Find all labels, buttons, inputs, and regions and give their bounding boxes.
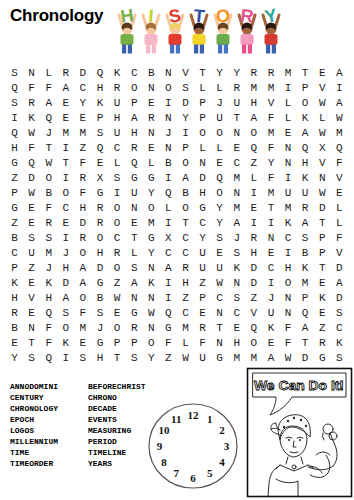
grid-cell: Q [331,140,348,155]
grid-cell: U [280,185,297,200]
grid-cell: I [262,275,279,290]
grid-cell: E [262,245,279,260]
grid-cell: N [280,155,297,170]
clock-number: 4 [219,456,225,468]
grid-cell: A [40,95,57,110]
grid-cell: Q [245,140,262,155]
grid-cell: V [331,170,348,185]
grid-cell: N [228,185,245,200]
grid-cell: G [160,320,177,335]
grid-cell: J [40,125,57,140]
clock-number: 2 [219,424,225,436]
grid-cell: D [331,260,348,275]
grid-cell: D [194,170,211,185]
grid-cell: E [314,275,331,290]
grid-cell: H [91,350,108,365]
grid-cell: L [126,245,143,260]
clock-number: 6 [190,472,196,484]
grid-cell: C [331,320,348,335]
grid-cell: R [262,65,279,80]
grid-cell: I [280,170,297,185]
kids-group: HISTORY [119,5,279,54]
grid-cell: K [314,290,331,305]
grid-cell: W [314,125,331,140]
grid-cell: P [194,110,211,125]
grid-cell: H [245,245,262,260]
clock-number: 9 [157,440,163,452]
grid-cell: E [23,215,40,230]
grid-cell: T [262,200,279,215]
grid-cell: F [331,230,348,245]
grid-cell: O [57,185,74,200]
grid-cell: Y [211,215,228,230]
grid-cell: Y [194,230,211,245]
grid-cell: U [211,260,228,275]
grid-cell: G [211,350,228,365]
grid-cell: U [194,245,211,260]
grid-cell: G [91,335,108,350]
grid-cell: Q [6,80,23,95]
grid-cell: E [57,95,74,110]
grid-cell: H [126,125,143,140]
rosie-poster-image: We Can Do It! [246,367,354,498]
grid-cell: U [211,110,228,125]
poster-caption: We Can Do It! [254,378,344,393]
grid-cell: R [143,110,160,125]
grid-cell: C [211,290,228,305]
grid-cell: C [177,305,194,320]
grid-cell: P [6,185,23,200]
grid-cell: A [160,260,177,275]
grid-cell: L [331,200,348,215]
grid-cell: U [194,260,211,275]
grid-cell: P [126,335,143,350]
grid-cell: H [109,110,126,125]
grid-cell: W [40,155,57,170]
grid-cell: A [297,320,314,335]
word-list-item: ANNODOMINI [10,381,88,392]
grid-cell: E [280,125,297,140]
grid-cell: P [314,245,331,260]
grid-cell: H [91,80,108,95]
grid-cell: I [177,125,194,140]
grid-cell: D [245,275,262,290]
grid-cell: U [228,95,245,110]
grid-cell: I [160,95,177,110]
grid-cell: F [194,335,211,350]
grid-cell: H [177,275,194,290]
grid-cell: N [143,260,160,275]
grid-cell: L [177,335,194,350]
grid-cell: A [297,215,314,230]
grid-cell: A [177,170,194,185]
word-search-grid: SNLRDQKCBNVTYYRRMTEAQFFACHRONOSLLRMMIPVI… [6,65,348,365]
grid-cell: L [245,170,262,185]
grid-cell: U [297,185,314,200]
grid-cell: P [194,290,211,305]
grid-cell: C [228,155,245,170]
grid-cell: O [143,335,160,350]
grid-cell: T [23,335,40,350]
grid-cell: M [228,170,245,185]
grid-cell: A [331,65,348,80]
grid-cell: K [57,335,74,350]
grid-cell: N [126,290,143,305]
grid-cell: F [262,140,279,155]
grid-cell: S [126,350,143,365]
grid-cell: J [160,125,177,140]
grid-cell: S [331,350,348,365]
word-list-item: DECADE [88,403,146,414]
grid-cell: V [314,80,331,95]
grid-cell: K [23,110,40,125]
grid-cell: Q [126,155,143,170]
grid-cell: I [57,170,74,185]
grid-cell: E [314,305,331,320]
grid-cell: R [177,260,194,275]
grid-cell: M [74,125,91,140]
grid-cell: Z [6,215,23,230]
grid-cell: K [228,260,245,275]
history-letter: H [119,5,135,27]
word-list-item: MEASURING [88,425,146,436]
grid-cell: U [109,95,126,110]
grid-cell: S [23,350,40,365]
grid-cell: C [109,230,126,245]
grid-cell: L [143,155,160,170]
word-list-item: LOGOS [10,425,88,436]
grid-cell: I [109,185,126,200]
grid-cell: K [297,110,314,125]
grid-cell: A [245,110,262,125]
grid-cell: Y [143,245,160,260]
grid-cell: V [177,65,194,80]
grid-cell: N [143,80,160,95]
word-list-item: TIMEORDER [10,458,88,469]
word-list-item: PERIOD [88,436,146,447]
grid-cell: S [40,230,57,245]
word-list-item: TIME [10,447,88,458]
grid-cell: S [177,80,194,95]
grid-cell: S [91,305,108,320]
grid-cell: G [91,275,108,290]
grid-cell: R [109,80,126,95]
grid-cell: D [57,275,74,290]
grid-cell: L [194,80,211,95]
grid-cell: L [211,80,228,95]
grid-cell: W [280,350,297,365]
grid-cell: S [211,230,228,245]
grid-cell: O [57,320,74,335]
grid-cell: N [211,335,228,350]
grid-cell: I [57,140,74,155]
grid-cell: E [74,110,91,125]
grid-cell: D [74,215,91,230]
grid-cell: B [177,185,194,200]
grid-cell: R [57,65,74,80]
word-list-item: TIMELINE [88,447,146,458]
grid-cell: R [109,245,126,260]
grid-cell: K [280,215,297,230]
grid-cell: I [160,170,177,185]
grid-cell: W [314,185,331,200]
word-list-column-1: ANNODOMINICENTURYCHRONOLOGYEPOCHLOGOSMIL… [10,381,88,469]
grid-cell: I [262,215,279,230]
grid-cell: A [57,290,74,305]
grid-cell: X [160,230,177,245]
grid-cell: I [57,230,74,245]
grid-cell: Z [23,260,40,275]
grid-cell: E [74,335,91,350]
grid-cell: E [331,185,348,200]
grid-cell: E [314,65,331,80]
grid-cell: Y [143,185,160,200]
grid-cell: E [109,305,126,320]
grid-cell: K [40,275,57,290]
grid-cell: M [143,215,160,230]
grid-cell: I [280,80,297,95]
grid-cell: G [126,170,143,185]
grid-cell: R [245,65,262,80]
word-list-item: BEFORECHRIST [88,381,146,392]
grid-cell: R [126,140,143,155]
grid-cell: E [126,215,143,230]
grid-cell: D [245,260,262,275]
grid-cell: C [57,200,74,215]
grid-cell: R [23,95,40,110]
grid-cell: N [211,305,228,320]
grid-cell: E [23,305,40,320]
grid-cell: C [126,65,143,80]
grid-cell: P [126,95,143,110]
word-list-item: EVENTS [88,414,146,425]
grid-cell: P [314,230,331,245]
grid-cell: F [40,200,57,215]
grid-cell: G [194,200,211,215]
grid-cell: M [262,185,279,200]
grid-cell: O [177,155,194,170]
grid-cell: D [74,65,91,80]
word-list-item: YEARS [88,458,146,469]
grid-cell: F [74,155,91,170]
grid-cell: G [6,155,23,170]
grid-cell: M [331,125,348,140]
grid-cell: F [262,170,279,185]
grid-cell: O [109,320,126,335]
grid-cell: V [23,290,40,305]
grid-cell: H [6,290,23,305]
grid-cell: M [228,350,245,365]
grid-cell: M [228,200,245,215]
grid-cell: S [297,230,314,245]
grid-cell: Q [211,170,228,185]
grid-cell: C [262,260,279,275]
clock-number: 1 [207,413,213,425]
grid-cell: M [245,80,262,95]
grid-cell: X [314,140,331,155]
grid-cell: S [6,65,23,80]
grid-cell: R [314,335,331,350]
grid-cell: Z [160,350,177,365]
grid-cell: N [126,200,143,215]
grid-cell: C [74,80,91,95]
grid-cell: E [91,155,108,170]
grid-cell: K [331,335,348,350]
grid-cell: S [126,260,143,275]
grid-cell: L [331,215,348,230]
grid-cell: C [194,215,211,230]
grid-cell: M [297,275,314,290]
grid-cell: H [297,155,314,170]
history-letter: R [239,5,255,27]
grid-cell: O [74,245,91,260]
grid-cell: N [160,140,177,155]
grid-cell: Z [177,290,194,305]
grid-cell: H [40,290,57,305]
word-list-item: EPOCH [10,414,88,425]
grid-cell: C [177,245,194,260]
grid-cell: D [297,350,314,365]
grid-cell: C [6,245,23,260]
grid-cell: Y [143,350,160,365]
grid-cell: E [211,245,228,260]
grid-cell: B [6,320,23,335]
grid-cell: R [74,170,91,185]
grid-cell: E [228,320,245,335]
word-list-item: MILLENNIUM [10,436,88,447]
grid-cell: Z [314,320,331,335]
grid-cell: W [331,110,348,125]
grid-cell: R [297,200,314,215]
grid-cell: E [228,140,245,155]
grid-cell: T [126,230,143,245]
grid-cell: H [194,185,211,200]
grid-cell: E [143,140,160,155]
grid-cell: E [6,335,23,350]
grid-cell: F [74,305,91,320]
clock-number: 11 [171,413,181,425]
word-list-item: CHRONO [88,392,146,403]
grid-cell: E [245,200,262,215]
grid-cell: I [6,110,23,125]
grid-cell: I [331,80,348,95]
worksheet-page: Chronology HISTORY SNLRDQKCBNVTYYRRMTEAQ… [0,0,354,500]
grid-cell: O [74,290,91,305]
grid-cell: K [91,95,108,110]
grid-cell: M [262,125,279,140]
grid-cell: Q [23,155,40,170]
grid-cell: B [160,155,177,170]
grid-cell: T [211,320,228,335]
grid-cell: D [91,260,108,275]
grid-cell: U [23,245,40,260]
grid-cell: B [40,185,57,200]
grid-cell: R [245,230,262,245]
grid-cell: C [280,230,297,245]
grid-cell: S [91,125,108,140]
grid-cell: A [74,275,91,290]
grid-cell: L [280,95,297,110]
grid-cell: N [280,140,297,155]
grid-cell: D [177,95,194,110]
clock-number: 7 [174,467,180,479]
grid-cell: C [177,230,194,245]
page-title: Chronology [10,6,103,26]
grid-cell: F [23,80,40,95]
grid-cell: K [262,320,279,335]
grid-cell: A [331,95,348,110]
grid-cell: E [23,275,40,290]
grid-cell: B [143,65,160,80]
grid-cell: L [194,140,211,155]
grid-cell: M [40,245,57,260]
grid-cell: L [160,200,177,215]
grid-cell: H [228,335,245,350]
grid-cell: C [160,245,177,260]
grid-cell: J [211,95,228,110]
grid-cell: Z [109,275,126,290]
grid-cell: O [211,125,228,140]
grid-cell: Y [262,155,279,170]
grid-cell: D [331,290,348,305]
grid-cell: K [297,170,314,185]
grid-cell: M [280,200,297,215]
grid-cell: H [91,245,108,260]
grid-cell: P [177,140,194,155]
grid-cell: G [143,230,160,245]
grid-cell: N [228,125,245,140]
grid-cell: I [160,290,177,305]
grid-cell: T [314,260,331,275]
clock-image: 123456789101112 [146,401,240,491]
grid-cell: A [331,275,348,290]
grid-cell: S [74,350,91,365]
grid-cell: R [74,230,91,245]
grid-cell: F [331,155,348,170]
grid-cell: Y [177,110,194,125]
grid-cell: V [314,155,331,170]
grid-cell: A [228,215,245,230]
grid-cell: E [194,305,211,320]
grid-cell: I [57,350,74,365]
grid-cell: R [6,305,23,320]
word-list-column-2: BEFORECHRISTCHRONODECADEEVENTSMEASURINGP… [88,381,146,469]
grid-cell: Q [91,140,108,155]
grid-cell: M [74,320,91,335]
grid-cell: N [280,305,297,320]
grid-cell: P [109,335,126,350]
grid-cell: H [245,95,262,110]
grid-cell: N [314,170,331,185]
clock-number: 5 [207,467,213,479]
grid-cell: S [6,95,23,110]
grid-cell: Q [297,140,314,155]
grid-cell: Q [40,350,57,365]
grid-cell: B [6,230,23,245]
history-letter: O [215,6,230,27]
grid-cell: T [57,155,74,170]
grid-cell: U [262,305,279,320]
history-letter: T [192,5,205,26]
grid-cell: G [143,170,160,185]
grid-cell: I [160,215,177,230]
grid-cell: N [143,125,160,140]
grid-cell: P [297,290,314,305]
grid-cell: V [262,95,279,110]
grid-cell: F [40,80,57,95]
grid-cell: R [91,215,108,230]
clock-number: 10 [159,424,171,436]
